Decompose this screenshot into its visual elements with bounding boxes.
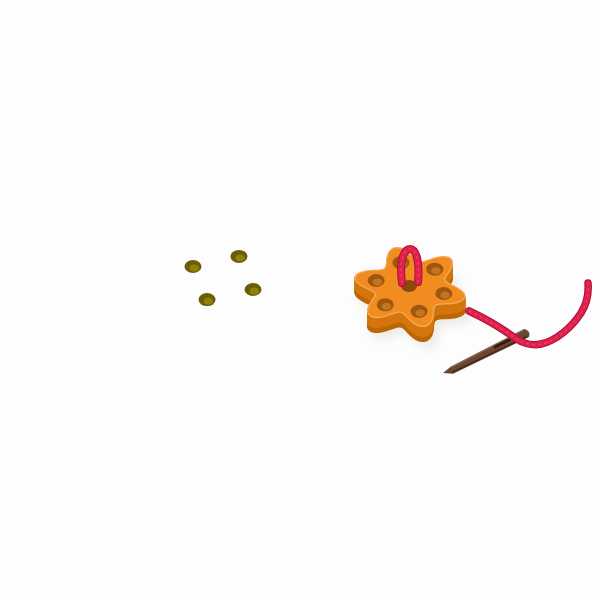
yellow-piece-hole-inner	[250, 287, 259, 294]
orange-hole-inner	[440, 292, 449, 299]
orange-gear-piece	[354, 247, 471, 349]
orange-hole-inner	[431, 267, 440, 274]
orange-hole-inner	[416, 309, 425, 316]
yellow-piece-hole-inner	[189, 265, 198, 272]
yellow-star-piece	[184, 250, 261, 306]
orange-hole-inner	[382, 303, 391, 310]
lacing-toy-photo	[0, 0, 600, 600]
orange-hole-inner	[373, 278, 382, 285]
yellow-piece-hole-inner	[204, 298, 213, 305]
photo-stage: Overhead studio photo of a children's wo…	[0, 0, 600, 600]
yellow-piece-hole-inner	[235, 254, 244, 261]
